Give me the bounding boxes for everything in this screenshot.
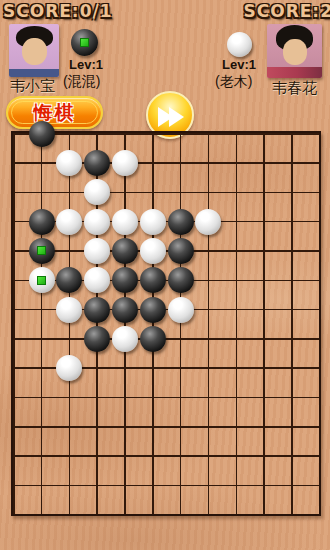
avatar-face xyxy=(283,39,307,65)
black-player-avatar xyxy=(9,24,59,77)
white-stone xyxy=(84,267,110,293)
black-stone xyxy=(84,150,110,176)
black-stone xyxy=(84,326,110,352)
black-stone xyxy=(84,297,110,323)
black-stone xyxy=(140,326,166,352)
black-stone xyxy=(168,209,194,235)
white-stone xyxy=(84,209,110,235)
white-stone xyxy=(168,297,194,323)
white-stone xyxy=(140,238,166,264)
black-stone xyxy=(112,297,138,323)
black-stone xyxy=(112,267,138,293)
avatar-clothes xyxy=(267,67,322,78)
black-stone xyxy=(140,297,166,323)
black-stone xyxy=(29,209,55,235)
white-player-avatar xyxy=(267,24,322,78)
score-right: SCORE:2 xyxy=(243,1,330,21)
white-stone xyxy=(56,355,82,381)
white-stone xyxy=(195,209,221,235)
white-stone xyxy=(56,209,82,235)
last-move-marker-icon xyxy=(37,276,46,285)
white-stone xyxy=(84,238,110,264)
white-stone xyxy=(112,150,138,176)
avatar-clothes xyxy=(9,69,59,77)
black-stone xyxy=(140,267,166,293)
avatar-face xyxy=(22,38,47,66)
black-stone xyxy=(168,267,194,293)
undo-button[interactable]: 悔棋 xyxy=(6,96,103,129)
white-stone xyxy=(29,267,55,293)
black-stone xyxy=(29,238,55,264)
white-stone xyxy=(56,150,82,176)
white-stone xyxy=(112,209,138,235)
black-stone xyxy=(56,267,82,293)
game-board[interactable] xyxy=(11,131,321,516)
black-stone xyxy=(112,238,138,264)
white-stone-icon xyxy=(227,32,252,57)
score-left: SCORE:0/1 xyxy=(3,1,113,21)
black-stone xyxy=(29,121,55,147)
black-player-name: 韦小宝 xyxy=(10,77,55,96)
black-player-rank: (混混) xyxy=(63,73,100,91)
last-move-marker-icon xyxy=(37,246,46,255)
black-player-level: Lev:1 xyxy=(69,57,103,72)
white-player-level: Lev:1 xyxy=(222,57,256,72)
white-player-name: 韦春花 xyxy=(272,79,317,98)
white-stone xyxy=(140,209,166,235)
white-stone xyxy=(112,326,138,352)
white-stone xyxy=(56,297,82,323)
black-stone xyxy=(168,238,194,264)
white-stone xyxy=(84,179,110,205)
black-stone-turn-icon xyxy=(71,29,98,56)
gomoku-app: SCORE:0/1 SCORE:2 韦小宝 Lev:1 (混混) Lev:1 (… xyxy=(0,0,330,550)
fast-forward-icon xyxy=(169,107,184,127)
white-player-rank: (老木) xyxy=(215,73,252,91)
turn-marker-icon xyxy=(80,38,89,47)
